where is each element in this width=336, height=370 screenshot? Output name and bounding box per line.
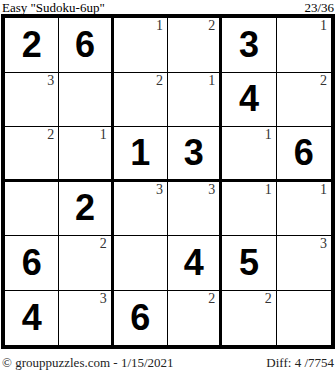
cell-r5c3[interactable] (114, 236, 168, 291)
cell-corner-mark: 2 (265, 292, 272, 306)
cell-r4c1[interactable] (5, 182, 59, 237)
cell-value: 4 (5, 291, 58, 346)
cell-corner-mark: 1 (320, 19, 327, 33)
cell-corner-mark: 3 (156, 183, 163, 197)
cell-value: 4 (222, 73, 275, 127)
cell-value: 2 (59, 182, 110, 236)
cell-r2c6[interactable]: 2 (277, 73, 331, 128)
cell-r1c5[interactable]: 3 (222, 18, 276, 73)
sudoku-grid: 26123132142211316233116245343622 (1, 14, 335, 349)
cell-r4c4[interactable]: 3 (168, 182, 222, 237)
cell-r6c4[interactable]: 2 (168, 291, 222, 346)
cell-value (114, 236, 167, 290)
cell-r6c5[interactable]: 2 (222, 291, 276, 346)
cell-corner-mark: 1 (100, 128, 107, 142)
cell-r1c6[interactable]: 1 (277, 18, 331, 73)
puzzle-page: Easy "Sudoku-6up" 23/36 2612313214221131… (0, 0, 336, 370)
header: Easy "Sudoku-6up" 23/36 (0, 0, 336, 14)
cell-value: 6 (59, 18, 110, 72)
cell-corner-mark: 3 (47, 74, 54, 88)
cell-corner-mark: 2 (320, 74, 327, 88)
copyright-text: © grouppuzzles.com - 1/15/2021 (2, 356, 174, 370)
cell-r5c5[interactable]: 5 (222, 236, 276, 291)
cell-corner-mark: 1 (265, 183, 272, 197)
cell-r1c1[interactable]: 2 (5, 18, 59, 73)
cell-value: 4 (168, 236, 219, 290)
cell-r1c2[interactable]: 6 (59, 18, 113, 73)
cell-r4c3[interactable]: 3 (114, 182, 168, 237)
cell-value: 6 (5, 236, 58, 290)
cell-corner-mark: 3 (320, 237, 327, 251)
progress-counter: 23/36 (304, 1, 334, 14)
cell-value: 6 (114, 291, 167, 346)
cell-r4c2[interactable]: 2 (59, 182, 113, 237)
cell-corner-mark: 3 (208, 183, 215, 197)
cell-r4c5[interactable]: 1 (222, 182, 276, 237)
cell-value: 3 (222, 18, 275, 72)
cell-corner-mark: 2 (100, 237, 107, 251)
cell-corner-mark: 1 (156, 19, 163, 33)
cell-r1c3[interactable]: 1 (114, 18, 168, 73)
cell-r5c1[interactable]: 6 (5, 236, 59, 291)
cell-corner-mark: 2 (156, 74, 163, 88)
cell-value: 6 (277, 127, 331, 179)
cell-corner-mark: 3 (100, 292, 107, 306)
cell-r5c4[interactable]: 4 (168, 236, 222, 291)
cell-corner-mark: 1 (320, 183, 327, 197)
cell-value: 2 (5, 18, 58, 72)
cell-r2c4[interactable]: 1 (168, 73, 222, 128)
cell-value (277, 291, 331, 346)
cell-value (59, 73, 110, 127)
cell-r4c6[interactable]: 1 (277, 182, 331, 237)
cell-r3c5[interactable]: 1 (222, 127, 276, 182)
cell-r3c4[interactable]: 3 (168, 127, 222, 182)
cell-r3c3[interactable]: 1 (114, 127, 168, 182)
cell-r6c2[interactable]: 3 (59, 291, 113, 346)
cell-r6c3[interactable]: 6 (114, 291, 168, 346)
cell-r2c3[interactable]: 2 (114, 73, 168, 128)
cell-r2c1[interactable]: 3 (5, 73, 59, 128)
cell-value: 5 (222, 236, 275, 290)
cell-value: 3 (168, 127, 219, 179)
cell-r2c5[interactable]: 4 (222, 73, 276, 128)
cell-r6c6[interactable] (277, 291, 331, 346)
cell-value (5, 182, 58, 236)
difficulty-text: Diff: 4 /7754 (266, 356, 334, 370)
cell-r6c1[interactable]: 4 (5, 291, 59, 346)
cell-r1c4[interactable]: 2 (168, 18, 222, 73)
cell-corner-mark: 2 (208, 19, 215, 33)
cell-corner-mark: 1 (265, 128, 272, 142)
footer: © grouppuzzles.com - 1/15/2021 Diff: 4 /… (0, 356, 336, 370)
cell-r5c2[interactable]: 2 (59, 236, 113, 291)
cell-r3c1[interactable]: 2 (5, 127, 59, 182)
cell-r2c2[interactable] (59, 73, 113, 128)
cell-r5c6[interactable]: 3 (277, 236, 331, 291)
cell-value: 1 (114, 127, 167, 179)
cell-corner-mark: 2 (47, 128, 54, 142)
cell-r3c2[interactable]: 1 (59, 127, 113, 182)
cell-corner-mark: 2 (208, 292, 215, 306)
cell-r3c6[interactable]: 6 (277, 127, 331, 182)
cell-corner-mark: 1 (208, 74, 215, 88)
puzzle-title: Easy "Sudoku-6up" (2, 1, 105, 14)
